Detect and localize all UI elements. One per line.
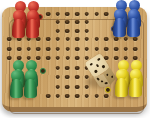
board-hole bbox=[17, 46, 22, 50]
board-hole bbox=[56, 56, 61, 60]
board-hole bbox=[46, 37, 51, 41]
board-hole bbox=[75, 20, 80, 24]
board-hole bbox=[75, 11, 80, 15]
board-hole bbox=[114, 37, 119, 41]
peg-body bbox=[127, 18, 140, 37]
board-hole bbox=[7, 37, 12, 41]
peg-body bbox=[115, 78, 128, 97]
board-hole bbox=[133, 37, 138, 41]
board-hole bbox=[65, 11, 70, 15]
board-hole bbox=[85, 11, 90, 15]
board-hole bbox=[75, 28, 80, 32]
peg-green-3[interactable] bbox=[10, 70, 23, 98]
board-hole bbox=[75, 93, 80, 97]
board-hole bbox=[123, 37, 128, 41]
board-hole bbox=[65, 65, 70, 69]
board-hole bbox=[56, 37, 61, 41]
peg-body bbox=[24, 79, 37, 98]
board-hole bbox=[7, 56, 12, 60]
die-pip bbox=[111, 74, 114, 77]
board-hole bbox=[56, 46, 61, 50]
die-pip bbox=[96, 77, 99, 79]
board-hole bbox=[55, 28, 60, 32]
peg-body bbox=[113, 18, 126, 37]
board-hole bbox=[85, 20, 90, 24]
product-photo-canvas bbox=[0, 0, 150, 118]
board-hole bbox=[55, 75, 60, 79]
peg-red-3[interactable] bbox=[12, 10, 25, 38]
board-hole bbox=[75, 37, 80, 41]
board-hole bbox=[26, 46, 31, 50]
board-hole bbox=[7, 46, 12, 50]
board-hole bbox=[75, 46, 80, 50]
peg-green-4[interactable] bbox=[24, 70, 37, 98]
board-hole bbox=[75, 56, 80, 60]
board-hole bbox=[85, 37, 90, 41]
die-pip bbox=[106, 73, 109, 76]
peg-body bbox=[10, 79, 23, 98]
board-hole bbox=[65, 37, 70, 41]
peg-body bbox=[129, 78, 142, 97]
board-hole bbox=[94, 46, 99, 50]
board-hole bbox=[46, 93, 51, 97]
board-hole bbox=[133, 46, 138, 50]
board-hole bbox=[85, 28, 90, 32]
board-hole bbox=[55, 11, 60, 15]
board-hole bbox=[46, 46, 51, 50]
board-hole bbox=[65, 84, 70, 88]
board-hole bbox=[46, 11, 51, 15]
board-hole bbox=[55, 93, 60, 97]
board-hole bbox=[104, 37, 109, 41]
peg-blue-3[interactable] bbox=[113, 9, 126, 37]
board-hole bbox=[123, 46, 128, 50]
die-pip bbox=[97, 58, 101, 62]
board-hole bbox=[94, 11, 99, 15]
board-hole bbox=[104, 11, 109, 15]
board-hole bbox=[55, 20, 60, 24]
board-hole bbox=[65, 56, 70, 60]
die-pip bbox=[100, 79, 103, 81]
die-pip bbox=[95, 64, 99, 68]
board-hole bbox=[75, 84, 80, 88]
die-pip bbox=[102, 65, 106, 69]
board-hole bbox=[65, 46, 70, 50]
peg-red-4[interactable] bbox=[26, 10, 39, 38]
board-hole bbox=[104, 93, 109, 97]
board-hole bbox=[55, 84, 60, 88]
peg-body bbox=[26, 19, 39, 38]
die-pip bbox=[89, 63, 93, 67]
board-hole bbox=[55, 65, 60, 69]
board-hole bbox=[65, 75, 70, 79]
peg-yellow-3[interactable] bbox=[115, 69, 128, 97]
peg-yellow-4[interactable] bbox=[129, 69, 142, 97]
peg-body bbox=[12, 19, 25, 38]
die-pip bbox=[104, 81, 107, 83]
peg-blue-4[interactable] bbox=[127, 9, 140, 37]
board-hole bbox=[46, 56, 51, 60]
board-hole bbox=[85, 46, 90, 50]
die-pip bbox=[94, 70, 98, 74]
board-hole bbox=[65, 93, 70, 97]
board-hole bbox=[94, 37, 99, 41]
board-hole bbox=[65, 20, 70, 24]
board-hole bbox=[65, 28, 70, 32]
board-hole bbox=[36, 46, 41, 50]
board-hole bbox=[75, 75, 80, 79]
board-hole bbox=[85, 93, 90, 97]
board-hole bbox=[114, 46, 119, 50]
